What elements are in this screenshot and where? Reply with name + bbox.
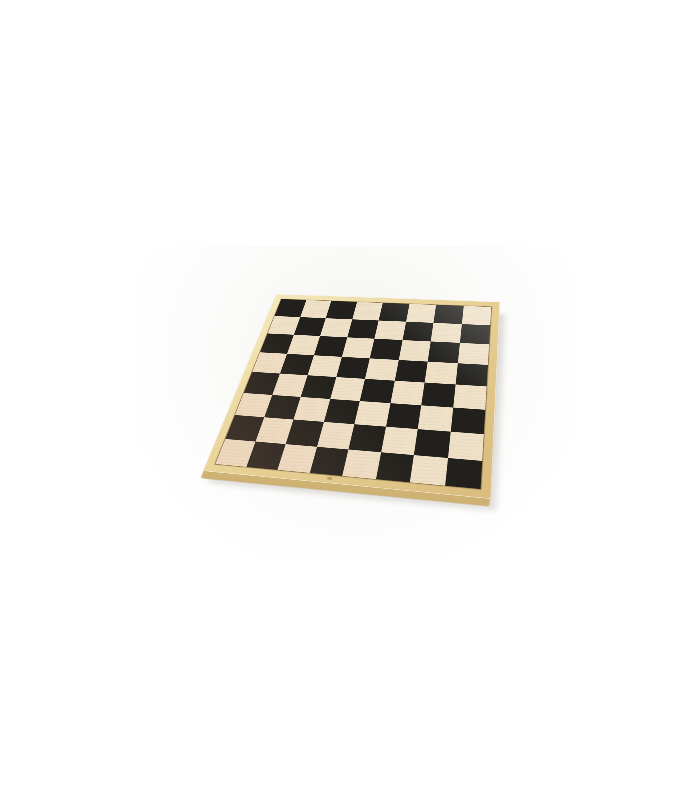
square-f1 (376, 452, 414, 482)
square-h8 (462, 306, 492, 325)
square-h1 (445, 458, 482, 489)
square-e4 (360, 379, 395, 403)
square-g1 (410, 455, 448, 486)
square-h7 (460, 324, 491, 344)
square-e3 (354, 401, 390, 427)
square-e2 (348, 424, 385, 452)
square-h6 (458, 343, 490, 365)
square-g5 (425, 361, 458, 384)
square-e8 (379, 303, 410, 322)
square-f3 (386, 403, 422, 429)
square-h4 (453, 384, 487, 409)
square-g2 (414, 429, 450, 458)
square-f6 (399, 340, 431, 361)
square-f7 (402, 321, 433, 341)
square-f2 (381, 427, 418, 455)
square-e5 (365, 358, 399, 381)
square-h3 (450, 407, 485, 434)
wood-knot (327, 477, 333, 480)
square-f4 (390, 381, 424, 405)
square-f5 (395, 360, 428, 383)
square-e6 (370, 339, 402, 360)
square-g3 (418, 405, 453, 432)
square-g7 (431, 323, 462, 343)
square-f8 (406, 304, 436, 323)
square-g4 (421, 383, 455, 408)
square-g8 (433, 305, 463, 324)
square-h2 (448, 432, 484, 461)
product-photo (0, 0, 700, 800)
square-g6 (428, 341, 460, 363)
square-h5 (455, 363, 488, 386)
square-e1 (342, 449, 381, 479)
square-e7 (374, 320, 405, 340)
